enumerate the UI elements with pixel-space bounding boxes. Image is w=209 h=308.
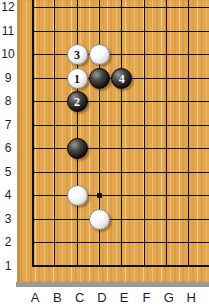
- grid-line-vertical: [121, 0, 122, 267]
- col-label-B: B: [48, 290, 66, 305]
- col-label-H: H: [182, 290, 200, 305]
- col-label-E: E: [115, 290, 133, 305]
- row-label-6: 6: [0, 141, 16, 156]
- grid-line-vertical: [166, 0, 167, 267]
- black-stone-C6[interactable]: [67, 138, 88, 159]
- grid-line-horizontal: [32, 101, 209, 102]
- white-stone-C4[interactable]: [67, 185, 88, 206]
- black-stone-E9[interactable]: 4: [111, 68, 132, 89]
- row-label-11: 11: [0, 24, 16, 39]
- white-stone-C9[interactable]: 1: [67, 68, 88, 89]
- black-stone-D9[interactable]: [89, 68, 110, 89]
- col-label-G: G: [160, 290, 178, 305]
- white-stone-D3[interactable]: [89, 209, 110, 230]
- grid-line-horizontal: [32, 219, 209, 220]
- grid-line-vertical: [188, 0, 189, 267]
- col-label-C: C: [71, 290, 89, 305]
- grid-line-vertical: [77, 0, 78, 267]
- grid-line-horizontal: [32, 172, 209, 173]
- col-label-A: A: [26, 290, 44, 305]
- black-stone-C8[interactable]: 2: [67, 91, 88, 112]
- grid-line-horizontal: [32, 148, 209, 149]
- go-diagram: 3142 121110987654321 ABCDEFGH: [0, 0, 209, 308]
- white-stone-C10[interactable]: 3: [67, 44, 88, 65]
- row-label-7: 7: [0, 118, 16, 133]
- row-label-8: 8: [0, 94, 16, 109]
- go-board[interactable]: 3142: [17, 0, 209, 282]
- star-point-D4: [97, 193, 102, 198]
- grid-line-vertical: [32, 0, 34, 267]
- row-label-3: 3: [0, 212, 16, 227]
- grid-line-vertical: [54, 0, 55, 267]
- row-label-1: 1: [0, 259, 16, 274]
- col-label-F: F: [138, 290, 156, 305]
- grid-line-horizontal: [32, 265, 209, 267]
- row-label-10: 10: [0, 47, 16, 62]
- grid-line-horizontal: [32, 31, 209, 32]
- white-stone-D10[interactable]: [89, 44, 110, 65]
- row-label-2: 2: [0, 235, 16, 250]
- grid-line-horizontal: [32, 242, 209, 243]
- grid-line-horizontal: [32, 7, 209, 8]
- grid-line-horizontal: [32, 125, 209, 126]
- board-shadow: [16, 282, 209, 287]
- grid-line-vertical: [144, 0, 145, 267]
- grid-line-horizontal: [32, 195, 209, 196]
- row-label-5: 5: [0, 165, 16, 180]
- row-label-4: 4: [0, 188, 16, 203]
- row-label-9: 9: [0, 71, 16, 86]
- col-label-D: D: [93, 290, 111, 305]
- grid-line-horizontal: [32, 54, 209, 55]
- row-label-12: 12: [0, 0, 16, 15]
